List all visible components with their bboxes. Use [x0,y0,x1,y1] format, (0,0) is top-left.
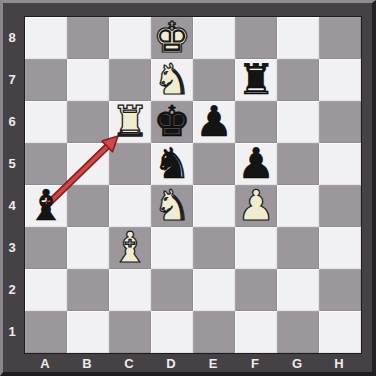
square-h1[interactable] [319,311,361,353]
piece-white-bishop-c3[interactable]: ♝ [111,227,149,269]
square-e1[interactable] [193,311,235,353]
square-h7[interactable] [319,59,361,101]
square-a3[interactable] [25,227,67,269]
piece-white-rook-c6[interactable]: ♜ [111,101,149,143]
square-h3[interactable] [319,227,361,269]
square-g2[interactable] [277,269,319,311]
piece-black-pawn-e6[interactable]: ♟ [195,101,233,143]
file-label-e: E [192,353,234,373]
square-b8[interactable] [67,17,109,59]
square-f2[interactable] [235,269,277,311]
square-c7[interactable] [109,59,151,101]
file-label-a: A [24,353,66,373]
rank-label-2: 2 [0,268,24,310]
square-a5[interactable] [25,143,67,185]
file-label-c: C [108,353,150,373]
square-f6[interactable] [235,101,277,143]
rank-label-8: 8 [0,16,24,58]
square-d8[interactable]: ♚ [151,17,193,59]
square-e4[interactable] [193,185,235,227]
rank-labels: 87654321 [0,16,24,352]
square-b2[interactable] [67,269,109,311]
square-c5[interactable] [109,143,151,185]
square-h2[interactable] [319,269,361,311]
square-b4[interactable] [67,185,109,227]
square-c6[interactable]: ♜ [109,101,151,143]
square-c3[interactable]: ♝ [109,227,151,269]
file-label-b: B [66,353,108,373]
square-g1[interactable] [277,311,319,353]
square-g4[interactable] [277,185,319,227]
piece-white-king-d8[interactable]: ♚ [153,17,191,59]
square-e2[interactable] [193,269,235,311]
square-a8[interactable] [25,17,67,59]
square-h5[interactable] [319,143,361,185]
square-e7[interactable] [193,59,235,101]
square-e5[interactable] [193,143,235,185]
square-a6[interactable] [25,101,67,143]
file-labels: ABCDEFGH [24,353,360,373]
square-g3[interactable] [277,227,319,269]
square-b5[interactable] [67,143,109,185]
square-d1[interactable] [151,311,193,353]
piece-black-rook-f7[interactable]: ♜ [237,59,275,101]
square-f5[interactable]: ♟ [235,143,277,185]
square-f4[interactable]: ♟ [235,185,277,227]
piece-white-pawn-f4[interactable]: ♟ [237,185,275,227]
piece-black-pawn-f5[interactable]: ♟ [237,143,275,185]
square-a1[interactable] [25,311,67,353]
rank-label-5: 5 [0,142,24,184]
square-f7[interactable]: ♜ [235,59,277,101]
chess-diagram: 87654321 ABCDEFGH ♚♞♜♜♚♟♞♟♝♞♟♝ [0,0,376,376]
square-d3[interactable] [151,227,193,269]
chess-board: ♚♞♜♜♚♟♞♟♝♞♟♝ [24,16,362,354]
piece-white-knight-d7[interactable]: ♞ [153,59,191,101]
square-a2[interactable] [25,269,67,311]
square-e8[interactable] [193,17,235,59]
file-label-d: D [150,353,192,373]
square-h4[interactable] [319,185,361,227]
square-a7[interactable] [25,59,67,101]
square-c4[interactable] [109,185,151,227]
square-b7[interactable] [67,59,109,101]
square-g8[interactable] [277,17,319,59]
square-e3[interactable] [193,227,235,269]
piece-white-knight-d4[interactable]: ♞ [153,185,191,227]
rank-label-6: 6 [0,100,24,142]
square-f8[interactable] [235,17,277,59]
rank-label-4: 4 [0,184,24,226]
square-a4[interactable]: ♝ [25,185,67,227]
square-f1[interactable] [235,311,277,353]
square-e6[interactable]: ♟ [193,101,235,143]
rank-label-3: 3 [0,226,24,268]
square-f3[interactable] [235,227,277,269]
square-g6[interactable] [277,101,319,143]
square-b6[interactable] [67,101,109,143]
piece-black-knight-d5[interactable]: ♞ [153,143,191,185]
square-b1[interactable] [67,311,109,353]
file-label-h: H [318,353,360,373]
file-label-f: F [234,353,276,373]
square-c8[interactable] [109,17,151,59]
rank-label-1: 1 [0,310,24,352]
square-c1[interactable] [109,311,151,353]
rank-label-7: 7 [0,58,24,100]
square-g5[interactable] [277,143,319,185]
square-d5[interactable]: ♞ [151,143,193,185]
square-h6[interactable] [319,101,361,143]
square-b3[interactable] [67,227,109,269]
square-c2[interactable] [109,269,151,311]
square-d4[interactable]: ♞ [151,185,193,227]
square-d6[interactable]: ♚ [151,101,193,143]
piece-black-bishop-a4[interactable]: ♝ [27,185,65,227]
piece-black-king-d6[interactable]: ♚ [153,101,191,143]
square-h8[interactable] [319,17,361,59]
file-label-g: G [276,353,318,373]
square-g7[interactable] [277,59,319,101]
square-d7[interactable]: ♞ [151,59,193,101]
square-d2[interactable] [151,269,193,311]
